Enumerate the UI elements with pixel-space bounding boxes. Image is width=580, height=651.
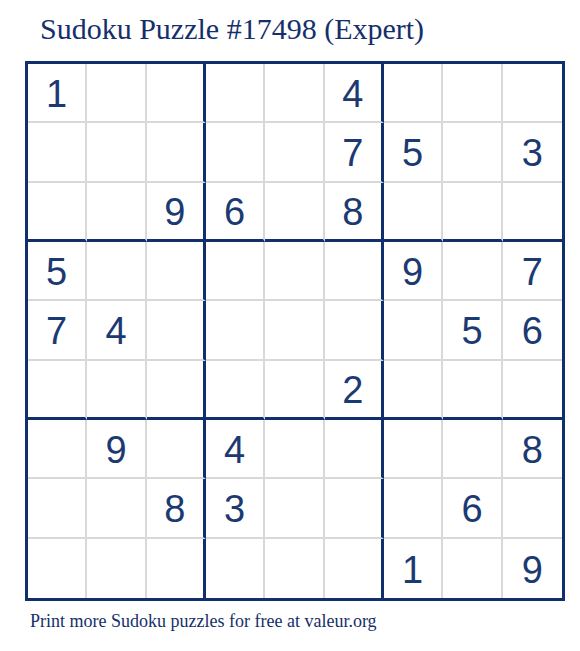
cell-r2c2: [87, 123, 146, 182]
cell-r8c9: [503, 479, 562, 538]
cell-r3c9: [503, 183, 562, 242]
cell-r7c5: [265, 420, 324, 479]
cell-r5c8-given-5: 5: [443, 301, 502, 360]
cell-r5c2-given-4: 4: [87, 301, 146, 360]
footer-text: Print more Sudoku puzzles for free at va…: [30, 611, 377, 632]
cell-r1c8: [443, 64, 502, 123]
cell-r1c7: [384, 64, 443, 123]
cell-r1c6-given-4: 4: [325, 64, 384, 123]
cell-r8c8-given-6: 6: [443, 479, 502, 538]
cell-r2c7-given-5: 5: [384, 123, 443, 182]
cell-r5c5: [265, 301, 324, 360]
cell-r5c7: [384, 301, 443, 360]
cell-r3c2: [87, 183, 146, 242]
cell-r5c1-given-7: 7: [28, 301, 87, 360]
cell-r5c6: [325, 301, 384, 360]
cell-r7c8: [443, 420, 502, 479]
cell-r6c6-given-2: 2: [325, 361, 384, 420]
cell-r7c2-given-9: 9: [87, 420, 146, 479]
cell-r7c3: [147, 420, 206, 479]
cell-r5c9-given-6: 6: [503, 301, 562, 360]
cell-r8c4-given-3: 3: [206, 479, 265, 538]
cell-r4c3: [147, 242, 206, 301]
cell-r3c4-given-6: 6: [206, 183, 265, 242]
cell-r9c6: [325, 539, 384, 598]
cell-r9c4: [206, 539, 265, 598]
cell-r4c7-given-9: 9: [384, 242, 443, 301]
cell-r2c9-given-3: 3: [503, 123, 562, 182]
cell-r1c2: [87, 64, 146, 123]
cell-r2c1: [28, 123, 87, 182]
sudoku-page: Sudoku Puzzle #17498 (Expert) 1475396859…: [0, 0, 580, 651]
cell-r2c8: [443, 123, 502, 182]
cell-r6c7: [384, 361, 443, 420]
cell-r6c3: [147, 361, 206, 420]
cell-r2c6-given-7: 7: [325, 123, 384, 182]
cell-r6c8: [443, 361, 502, 420]
cell-r6c5: [265, 361, 324, 420]
puzzle-title: Sudoku Puzzle #17498 (Expert): [40, 12, 424, 46]
cell-r9c3: [147, 539, 206, 598]
cell-r8c6: [325, 479, 384, 538]
cell-r4c6: [325, 242, 384, 301]
cell-r2c4: [206, 123, 265, 182]
cell-r5c3: [147, 301, 206, 360]
cell-r4c4: [206, 242, 265, 301]
cell-r5c4: [206, 301, 265, 360]
cell-r6c1: [28, 361, 87, 420]
cell-r7c4-given-4: 4: [206, 420, 265, 479]
cell-r3c8: [443, 183, 502, 242]
cell-r6c2: [87, 361, 146, 420]
cell-r3c1: [28, 183, 87, 242]
cell-r9c1: [28, 539, 87, 598]
cell-r1c4: [206, 64, 265, 123]
cell-r2c5: [265, 123, 324, 182]
cell-r1c1-given-1: 1: [28, 64, 87, 123]
cell-r9c5: [265, 539, 324, 598]
cell-r9c7-given-1: 1: [384, 539, 443, 598]
cell-r4c5: [265, 242, 324, 301]
cell-r4c8: [443, 242, 502, 301]
cell-r8c7: [384, 479, 443, 538]
cell-r9c9-given-9: 9: [503, 539, 562, 598]
cell-r7c1: [28, 420, 87, 479]
cell-r8c1: [28, 479, 87, 538]
cell-r1c3: [147, 64, 206, 123]
cell-r7c7: [384, 420, 443, 479]
cell-r9c8: [443, 539, 502, 598]
cell-r8c3-given-8: 8: [147, 479, 206, 538]
cell-r3c3-given-9: 9: [147, 183, 206, 242]
cell-r9c2: [87, 539, 146, 598]
cell-r3c5: [265, 183, 324, 242]
cell-r3c7: [384, 183, 443, 242]
cell-r8c2: [87, 479, 146, 538]
cell-r7c9-given-8: 8: [503, 420, 562, 479]
cell-r8c5: [265, 479, 324, 538]
cell-r3c6-given-8: 8: [325, 183, 384, 242]
cell-r6c4: [206, 361, 265, 420]
cell-r4c1-given-5: 5: [28, 242, 87, 301]
sudoku-board: 147539685977456294883619: [25, 61, 565, 601]
cell-r6c9: [503, 361, 562, 420]
cell-r2c3: [147, 123, 206, 182]
cell-r4c2: [87, 242, 146, 301]
cell-r1c9: [503, 64, 562, 123]
cell-r1c5: [265, 64, 324, 123]
cell-r4c9-given-7: 7: [503, 242, 562, 301]
cell-r7c6: [325, 420, 384, 479]
